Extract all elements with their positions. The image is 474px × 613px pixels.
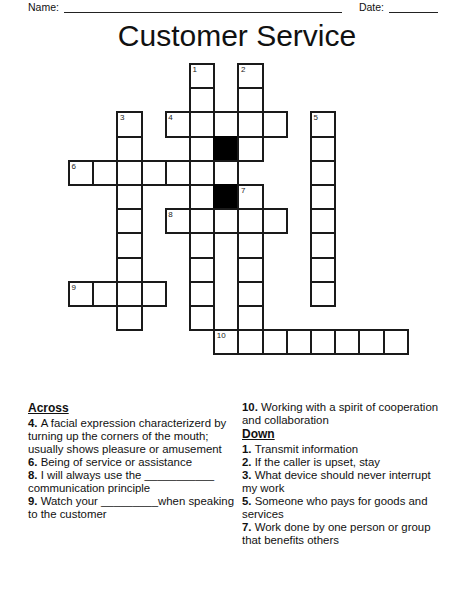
grid-cell[interactable] — [237, 136, 263, 162]
grid-cell[interactable] — [286, 329, 312, 355]
cell-number: 2 — [241, 65, 245, 74]
cell-number: 5 — [314, 113, 318, 122]
cell-number: 3 — [120, 113, 124, 122]
grid-cell[interactable] — [189, 281, 215, 307]
name-label: Name: — [28, 1, 59, 13]
grid-cell[interactable] — [262, 111, 288, 137]
grid-cell[interactable] — [189, 136, 215, 162]
crossword-grid: 12345678910 — [68, 63, 409, 356]
grid-cell[interactable]: 1 — [189, 63, 215, 89]
grid-cell[interactable] — [310, 208, 336, 234]
blocked-cell — [213, 184, 239, 210]
grid-cell[interactable] — [116, 257, 142, 283]
grid-cell[interactable] — [116, 136, 142, 162]
clue-item: 3. What device should never interrupt my… — [242, 469, 444, 495]
grid-cell[interactable]: 3 — [116, 111, 142, 137]
clue-number: 10. — [242, 401, 261, 413]
grid-cell[interactable]: 7 — [237, 184, 263, 210]
grid-cell[interactable] — [310, 257, 336, 283]
grid-cell[interactable] — [262, 208, 288, 234]
across-heading: Across — [28, 401, 236, 415]
down-clues-list: 1. Transmit information2. If the caller … — [242, 443, 444, 547]
grid-cell[interactable] — [310, 136, 336, 162]
across-clues-list: 4. A facial expression characterizerd by… — [28, 417, 236, 521]
grid-cell[interactable] — [213, 208, 239, 234]
grid-cell[interactable] — [165, 160, 191, 186]
grid-cell[interactable] — [237, 232, 263, 258]
name-blank-line[interactable] — [64, 1, 342, 13]
clue-number: 5. — [242, 495, 255, 507]
clue-item: 10. Working with a spirit of cooperation… — [242, 401, 444, 427]
grid-cell[interactable] — [116, 305, 142, 331]
blocked-cell — [213, 136, 239, 162]
cell-number: 6 — [72, 162, 76, 171]
grid-cell[interactable] — [116, 281, 142, 307]
clue-number: 8. — [28, 469, 41, 481]
grid-cell[interactable]: 2 — [237, 63, 263, 89]
grid-cell[interactable] — [189, 208, 215, 234]
clue-number: 3. — [242, 469, 255, 481]
grid-cell[interactable]: 6 — [68, 160, 94, 186]
grid-cell[interactable]: 9 — [68, 281, 94, 307]
cell-number: 8 — [168, 210, 172, 219]
grid-cell[interactable] — [310, 184, 336, 210]
grid-cell[interactable] — [92, 281, 118, 307]
cell-number: 1 — [193, 65, 197, 74]
puzzle-title: Customer Service — [0, 19, 474, 53]
clue-item: 8. I will always use the ___________ com… — [28, 469, 236, 495]
cell-number: 4 — [168, 113, 172, 122]
grid-cell[interactable] — [383, 329, 409, 355]
grid-cell[interactable] — [310, 329, 336, 355]
clue-item: 5. Someone who pays for goods and servic… — [242, 495, 444, 521]
cell-number: 10 — [217, 331, 226, 340]
grid-cell[interactable] — [262, 329, 288, 355]
clue-item: 2. If the caller is upset, stay — [242, 456, 444, 469]
down-heading: Down — [242, 427, 444, 441]
date-label: Date: — [359, 1, 384, 13]
grid-cell[interactable] — [237, 305, 263, 331]
grid-cell[interactable] — [189, 87, 215, 113]
grid-cell[interactable] — [237, 87, 263, 113]
grid-cell[interactable] — [141, 281, 167, 307]
date-blank-line[interactable] — [389, 1, 438, 13]
grid-cell[interactable] — [237, 281, 263, 307]
clue-item: 6. Being of service or assistance — [28, 456, 236, 469]
grid-cell[interactable] — [116, 160, 142, 186]
clue-item: 1. Transmit information — [242, 443, 444, 456]
grid-cell[interactable] — [213, 160, 239, 186]
clue-number: 9. — [28, 495, 41, 507]
grid-cell[interactable] — [189, 184, 215, 210]
grid-cell[interactable]: 4 — [165, 111, 191, 137]
grid-cell[interactable]: 8 — [165, 208, 191, 234]
worksheet-header: Name: Date: — [28, 1, 438, 13]
grid-cell[interactable] — [116, 184, 142, 210]
grid-cell[interactable] — [92, 160, 118, 186]
grid-cell[interactable] — [310, 281, 336, 307]
cell-number: 7 — [241, 186, 245, 195]
across-clues-continued: 10. Working with a spirit of cooperation… — [242, 401, 444, 427]
grid-cell[interactable] — [189, 160, 215, 186]
cell-number: 9 — [72, 283, 76, 292]
grid-cell[interactable] — [237, 329, 263, 355]
grid-cell[interactable] — [141, 160, 167, 186]
grid-cell[interactable] — [310, 232, 336, 258]
grid-cell[interactable]: 5 — [310, 111, 336, 137]
grid-cell[interactable] — [189, 305, 215, 331]
clue-number: 6. — [28, 456, 41, 468]
grid-cell[interactable] — [189, 257, 215, 283]
clue-number: 7. — [242, 521, 255, 533]
grid-cell[interactable] — [116, 232, 142, 258]
grid-cell[interactable] — [358, 329, 384, 355]
grid-cell[interactable] — [334, 329, 360, 355]
grid-cell[interactable] — [310, 160, 336, 186]
grid-cell[interactable] — [213, 111, 239, 137]
clue-number: 1. — [242, 443, 255, 455]
clue-item: 7. Work done by one person or group that… — [242, 521, 444, 547]
clues-right-column: 10. Working with a spirit of cooperation… — [242, 401, 444, 547]
grid-cell[interactable] — [237, 257, 263, 283]
clue-number: 2. — [242, 456, 255, 468]
grid-cell[interactable]: 10 — [213, 329, 239, 355]
clue-item: 9. Watch your _________when speaking to … — [28, 495, 236, 521]
grid-cell[interactable] — [189, 111, 215, 137]
grid-cell[interactable] — [237, 111, 263, 137]
grid-cell[interactable] — [189, 232, 215, 258]
grid-cell[interactable] — [237, 208, 263, 234]
clue-number: 4. — [28, 417, 41, 429]
clues-left-column: Across 4. A facial expression characteri… — [28, 401, 236, 547]
clue-item: 4. A facial expression characterizerd by… — [28, 417, 236, 456]
grid-cell[interactable] — [116, 208, 142, 234]
clues-section: Across 4. A facial expression characteri… — [28, 401, 444, 547]
